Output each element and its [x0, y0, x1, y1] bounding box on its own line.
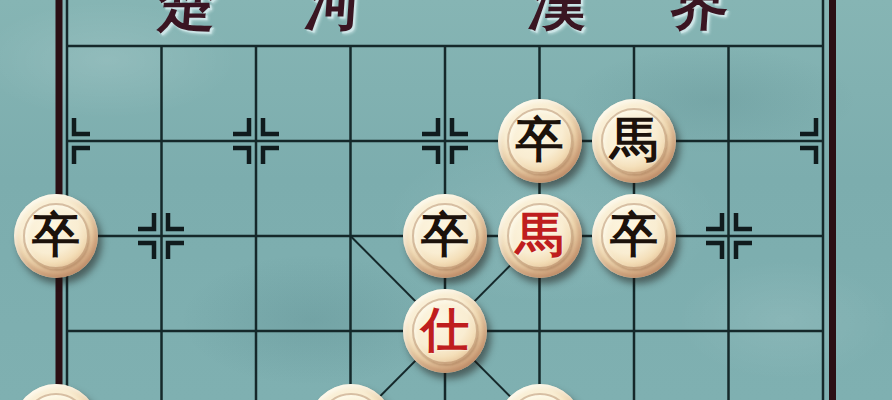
intersection-f1-r9[interactable]	[20, 284, 115, 379]
intersection-f7-r7[interactable]: 馬	[587, 94, 682, 189]
intersection-f6-r7[interactable]: 卒	[492, 94, 587, 189]
intersection-f6-r6[interactable]	[492, 0, 587, 94]
intersection-f2-r9[interactable]	[114, 284, 209, 379]
intersection-f1-r7[interactable]	[20, 94, 115, 189]
piece-character: 馬	[610, 115, 658, 163]
intersection-f9-r10[interactable]	[776, 379, 871, 400]
piece-red-horse[interactable]: 馬	[498, 194, 582, 278]
intersection-f9-r9[interactable]	[776, 284, 871, 379]
intersection-f9-r7[interactable]	[776, 94, 871, 189]
intersection-f1-r10[interactable]	[20, 379, 115, 400]
intersection-f7-r8[interactable]: 卒	[587, 189, 682, 284]
intersection-f4-r6[interactable]	[303, 0, 398, 94]
intersection-f3-r6[interactable]	[209, 0, 304, 94]
intersection-f3-r8[interactable]	[209, 189, 304, 284]
intersection-f4-r7[interactable]	[303, 94, 398, 189]
piece-unknown-partial-piece[interactable]	[498, 384, 582, 400]
intersection-f5-r8[interactable]: 卒	[398, 189, 493, 284]
intersection-f9-r6[interactable]	[776, 0, 871, 94]
piece-character: 卒	[610, 210, 658, 258]
piece-character: 卒	[32, 210, 80, 258]
intersection-f2-r6[interactable]	[114, 0, 209, 94]
intersection-f2-r8[interactable]	[114, 189, 209, 284]
intersection-f4-r8[interactable]	[303, 189, 398, 284]
intersection-f5-r9[interactable]: 仕	[398, 284, 493, 379]
intersection-f7-r6[interactable]	[587, 0, 682, 94]
intersection-f6-r10[interactable]	[492, 379, 587, 400]
piece-black-soldier[interactable]: 卒	[498, 99, 582, 183]
intersection-f7-r10[interactable]	[587, 379, 682, 400]
piece-black-soldier[interactable]: 卒	[403, 194, 487, 278]
intersection-f3-r10[interactable]	[209, 379, 304, 400]
intersection-f8-r6[interactable]	[681, 0, 776, 94]
intersection-f1-r8[interactable]: 卒	[20, 189, 115, 284]
piece-black-soldier[interactable]: 卒	[592, 194, 676, 278]
intersection-f4-r9[interactable]	[303, 284, 398, 379]
intersection-f9-r8[interactable]	[776, 189, 871, 284]
intersection-f5-r10[interactable]	[398, 379, 493, 400]
piece-unknown-partial-piece[interactable]	[14, 384, 98, 400]
xiangqi-board: 楚 河 漢 界 卒馬卒卒馬卒仕	[0, 0, 892, 400]
intersection-grid: 卒馬卒卒馬卒仕	[20, 0, 871, 400]
piece-red-advisor[interactable]: 仕	[403, 289, 487, 373]
piece-character: 卒	[421, 210, 469, 258]
piece-unknown-partial-piece[interactable]	[309, 384, 393, 400]
piece-black-horse[interactable]: 馬	[592, 99, 676, 183]
piece-character: 卒	[516, 115, 564, 163]
intersection-f3-r9[interactable]	[209, 284, 304, 379]
intersection-f3-r7[interactable]	[209, 94, 304, 189]
intersection-f2-r7[interactable]	[114, 94, 209, 189]
intersection-f6-r8[interactable]: 馬	[492, 189, 587, 284]
intersection-f5-r6[interactable]	[398, 0, 493, 94]
intersection-f4-r10[interactable]	[303, 379, 398, 400]
piece-character: 馬	[516, 210, 564, 258]
intersection-f1-r6[interactable]	[20, 0, 115, 94]
intersection-f6-r9[interactable]	[492, 284, 587, 379]
intersection-f8-r7[interactable]	[681, 94, 776, 189]
piece-character: 仕	[421, 305, 469, 353]
intersection-f2-r10[interactable]	[114, 379, 209, 400]
piece-black-soldier[interactable]: 卒	[14, 194, 98, 278]
intersection-f5-r7[interactable]	[398, 94, 493, 189]
intersection-f8-r9[interactable]	[681, 284, 776, 379]
intersection-f7-r9[interactable]	[587, 284, 682, 379]
intersection-f8-r10[interactable]	[681, 379, 776, 400]
intersection-f8-r8[interactable]	[681, 189, 776, 284]
